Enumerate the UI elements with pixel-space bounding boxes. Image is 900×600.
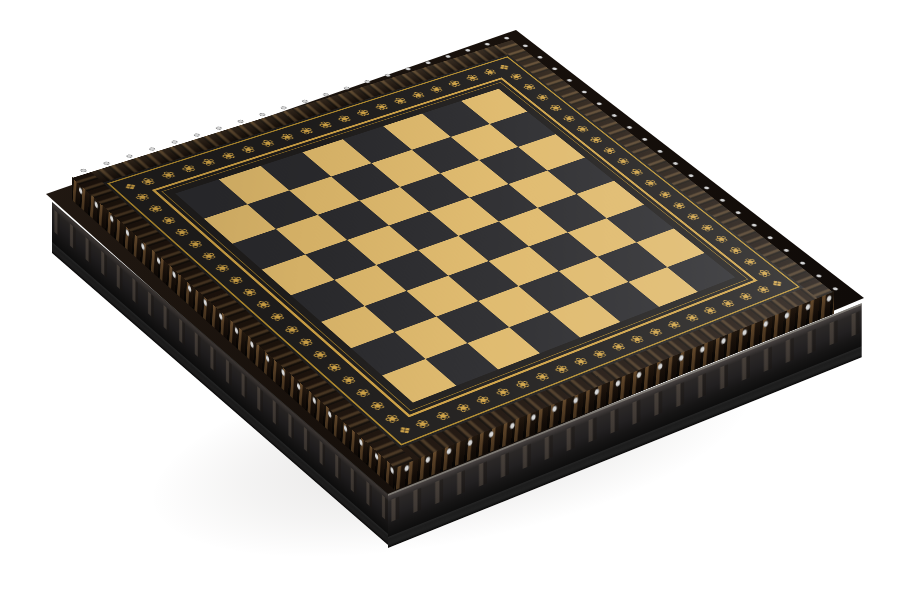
- filigree-ornament: ❀: [366, 399, 388, 413]
- filigree-ornament: ❀: [589, 347, 611, 360]
- filigree-ornament: ❀: [295, 335, 317, 348]
- filigree-ornament: ❀: [432, 409, 454, 423]
- filigree-ornament: ❀: [158, 214, 180, 226]
- filigree-ornament: ❀: [512, 378, 534, 391]
- filigree-ornament: ❀: [697, 222, 717, 234]
- filigree-ornament: ❀: [225, 274, 247, 287]
- filigree-ornament: ❀: [608, 340, 629, 353]
- filigree-ornament: ❀: [267, 311, 289, 324]
- filigree-ornament: ❀: [309, 348, 331, 361]
- filigree-ornament: ❀: [492, 385, 514, 399]
- filigree-ornament: ❀: [444, 78, 464, 89]
- filigree-ornament: ❀: [334, 113, 354, 124]
- filigree-ornament: ❀: [352, 386, 374, 400]
- filigree-ornament: ❀: [641, 178, 661, 189]
- filigree-ornament: ❀: [533, 92, 553, 103]
- filigree-ornament: ❀: [198, 156, 219, 168]
- filigree-ornament: ❀: [337, 373, 359, 387]
- filigree-ornament: ❀: [711, 233, 731, 245]
- filigree-ornament: ❀: [296, 125, 317, 136]
- filigree-ornament: ❀: [426, 84, 446, 95]
- filigree-ornament: ❀: [408, 90, 428, 101]
- filigree-ornament: ❀: [546, 103, 566, 114]
- filigree-ornament: ❀: [281, 323, 303, 336]
- filigree-ornament: ❀: [178, 162, 199, 174]
- filigree-ornament: ❀: [740, 256, 760, 268]
- filigree-ornament: ❀: [145, 203, 166, 215]
- product-photo-scene: ❀❀❀❀❀❀❀❀❀❀❀❀❀❀❀❀❀❀❀ ❀❀❀❀❀❀❀❀❀❀❀❀❀❀❀❀❀❀❀ …: [0, 0, 900, 600]
- filigree-ornament: ❀: [600, 145, 620, 156]
- filigree-ornament: ❀: [315, 119, 335, 130]
- filigree-ornament: ❀: [253, 298, 275, 311]
- filigree-ornament: ❀: [645, 325, 666, 338]
- filigree-ornament: ❀: [681, 311, 702, 324]
- filigree-ornament: ❀: [472, 393, 494, 407]
- filigree-ornament: ❀: [725, 244, 745, 256]
- filigree-ornament: ❀: [655, 189, 675, 201]
- filigree-ornament: ❀: [239, 286, 261, 299]
- filigree-ornament: ❀: [627, 167, 647, 178]
- filigree-ornament: ❀: [462, 72, 482, 83]
- filigree-ornament: ❀: [663, 318, 684, 331]
- filigree-ornament: ❀: [586, 134, 606, 145]
- filigree-ornament: ❀: [559, 113, 579, 124]
- filigree-ornament: ❀: [390, 95, 410, 106]
- filigree-ornament: ❀: [531, 370, 553, 383]
- filigree-ornament: ❀: [371, 101, 391, 112]
- filigree-ornament: ❀: [198, 250, 220, 263]
- filigree-ornament: ❀: [257, 137, 278, 149]
- filigree-ornament: ❀: [717, 297, 738, 309]
- filigree-ornament: ❀: [323, 361, 345, 375]
- filigree-ornament: ❀: [171, 226, 193, 238]
- filigree-ornament: ❀: [212, 262, 234, 275]
- filigree-ornament: ❀: [570, 355, 592, 368]
- filigree-ornament: ❀: [353, 107, 373, 118]
- filigree-ornament: ❀: [551, 362, 573, 375]
- filigree-ornament: ❀: [158, 169, 179, 181]
- filigree-ornament: ❀: [626, 333, 647, 346]
- filigree-ornament: ❀: [683, 211, 703, 223]
- filigree-ornament: ❀: [452, 401, 474, 415]
- filigree-ornament: ❀: [699, 304, 720, 317]
- filigree-ornament: ❀: [669, 200, 689, 212]
- filigree-ornament: ❀: [277, 131, 298, 142]
- filigree-ornament: ❀: [238, 144, 259, 156]
- filigree-ornament: ❀: [218, 150, 239, 162]
- filigree-ornament: ❀: [573, 124, 593, 135]
- filigree-ornament: ❀: [185, 238, 207, 251]
- filigree-ornament: ❀: [520, 82, 540, 93]
- filigree-ornament: ❀: [613, 156, 633, 167]
- filigree-ornament: ❀: [735, 290, 756, 302]
